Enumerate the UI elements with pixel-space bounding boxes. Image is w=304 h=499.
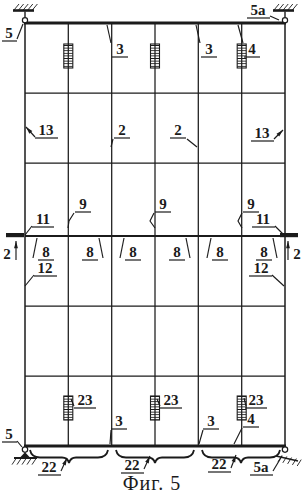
label-13-right: 13	[255, 125, 270, 141]
label-11-left: 11	[36, 211, 50, 227]
label-section-2-left: 2	[3, 246, 11, 262]
label-8-1: 8	[42, 244, 50, 260]
leader-11-left	[25, 226, 32, 235]
hinge-circle	[282, 18, 287, 23]
pin-triangle	[20, 452, 30, 457]
connector-plate-bottom-2	[151, 396, 160, 420]
label-2-left: 2	[118, 122, 126, 138]
leader-2-right	[187, 139, 197, 147]
label-12-left: 12	[38, 260, 53, 276]
label-9-right: 9	[247, 196, 255, 212]
label-9-middle: 9	[159, 196, 167, 212]
arrowhead-section-2-right	[286, 241, 290, 248]
hinge-circle	[282, 447, 287, 452]
figure-caption: Фиг. 5	[0, 472, 304, 495]
leader-3-bottom-right	[199, 430, 203, 444]
leader-8-2	[99, 238, 103, 258]
label-13-left: 13	[39, 122, 54, 138]
label-2-right: 2	[174, 122, 182, 138]
leader-5-bottom-left	[17, 441, 22, 447]
hatch-tick	[279, 4, 284, 10]
arrowhead-22-1	[62, 458, 67, 465]
hatch-tick	[22, 459, 26, 465]
leader-3-bottom-left	[110, 430, 111, 444]
label-8-3: 8	[129, 244, 137, 260]
hatch-tick	[283, 4, 288, 10]
label-3-bottom-right: 3	[207, 413, 215, 429]
leader-8-5	[207, 238, 211, 258]
leader-12-right	[272, 275, 284, 286]
hatch-tick	[19, 4, 24, 10]
connector-plate-top-3	[237, 44, 246, 68]
label-9-left: 9	[79, 196, 87, 212]
hatch-tick	[14, 4, 19, 10]
support-hanger-top-left	[13, 4, 37, 23]
hatch-tick	[12, 459, 16, 465]
connector-plate-top-2	[151, 44, 160, 68]
label-3-top-right: 3	[205, 41, 213, 57]
hatch-tick	[17, 459, 21, 465]
leader-5a-bottom-right	[273, 456, 282, 471]
label-8-6: 8	[260, 244, 268, 260]
leader-12-left	[25, 275, 34, 286]
support-pin-bottom-right	[276, 447, 301, 466]
label-3-top-left: 3	[116, 41, 124, 57]
label-12-right: 12	[254, 260, 269, 276]
hatch-tick	[23, 4, 28, 10]
label-11-right: 11	[256, 211, 270, 227]
label-4-top: 4	[248, 41, 256, 57]
leader-5a-top-right	[270, 16, 279, 20]
hatch-tick	[274, 4, 279, 10]
label-4-bottom: 4	[247, 411, 255, 427]
leader-5-top-left	[17, 24, 23, 39]
arrowhead-22-3	[232, 455, 236, 462]
structural-grid-drawing: 55a3341313229991111121288888823232333422…	[0, 0, 304, 499]
patent-figure: 55a3341313229991111121288888823232333422…	[0, 0, 304, 499]
label-8-5: 8	[216, 244, 224, 260]
label-8-2: 8	[86, 244, 94, 260]
hinge-circle	[22, 18, 27, 23]
label-5-bottom-left: 5	[5, 426, 13, 442]
label-22-2: 22	[125, 457, 140, 473]
section-cut-bar-left	[6, 233, 24, 237]
leader-8-4	[186, 238, 190, 258]
hinge-circle	[22, 447, 27, 452]
leader-8-1	[33, 238, 37, 258]
hatch-tick	[27, 459, 31, 465]
label-5-top-left: 5	[5, 25, 13, 41]
connector-plate-top-1	[64, 44, 73, 68]
label-22-3: 22	[212, 456, 227, 472]
leader-3-top-left	[107, 25, 111, 43]
label-23-2: 23	[164, 392, 179, 408]
label-23-1: 23	[78, 392, 93, 408]
arrowhead-section-2-left	[14, 241, 18, 248]
label-section-2-right: 2	[293, 246, 301, 262]
hatch-tick	[288, 4, 293, 10]
hatch-tick	[28, 4, 33, 10]
leader-4-bottom	[234, 428, 242, 444]
hatch-tick	[32, 4, 37, 10]
leader-8-6	[273, 238, 277, 258]
hatch-tick	[32, 459, 36, 465]
label-23-3: 23	[249, 392, 264, 408]
hatch-tick	[292, 4, 297, 10]
label-5a-top-right: 5a	[251, 2, 267, 18]
label-3-bottom-left: 3	[115, 413, 123, 429]
leader-11-right	[275, 226, 284, 235]
support-hanger-top-right	[273, 4, 297, 23]
leader-8-3	[120, 238, 124, 258]
leader-9-middle	[150, 213, 155, 228]
label-8-4: 8	[173, 244, 181, 260]
